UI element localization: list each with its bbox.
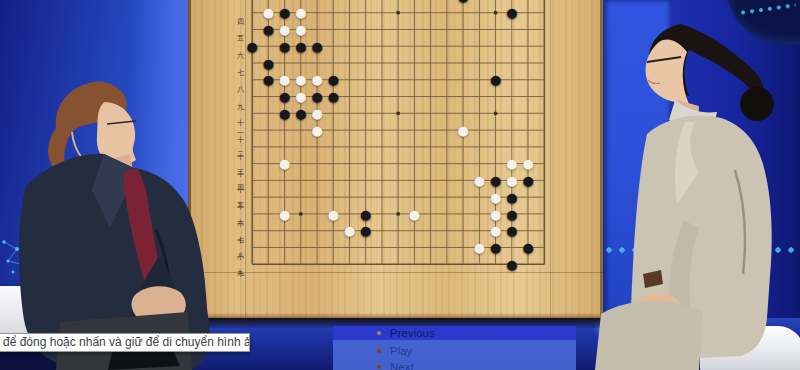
stone-white: ● — [325, 206, 341, 223]
stone-white: ● — [309, 122, 325, 139]
row-label: 十九 — [230, 256, 244, 272]
row-label: 十 — [230, 105, 244, 121]
row-label: 五 — [230, 21, 244, 37]
woman-hair-bun — [740, 87, 774, 121]
tooltip-caption: để đóng hoặc nhấn và giữ để di chuyển hì… — [0, 333, 250, 352]
stone-black: ● — [504, 4, 520, 21]
row-label: 四 — [230, 5, 244, 21]
stone-black: ● — [488, 71, 504, 88]
stone-black: ● — [277, 38, 293, 55]
row-label: 十二 — [230, 139, 244, 155]
stone-white: ● — [277, 206, 293, 223]
stone-black: ● — [244, 38, 260, 55]
stone-black: ● — [260, 21, 276, 38]
row-label: 十六 — [230, 206, 244, 222]
right-presenter — [585, 22, 800, 370]
stone-black: ● — [309, 38, 325, 55]
row-label: 十七 — [230, 223, 244, 239]
stone-white: ● — [277, 155, 293, 172]
row-label: 十五 — [230, 189, 244, 205]
row-label: 十八 — [230, 239, 244, 255]
row-label: 十一 — [230, 122, 244, 138]
context-menu: Previous Play Next — [333, 326, 576, 370]
stone-black: ● — [293, 38, 309, 55]
stone-black: ● — [325, 88, 341, 105]
menu-item-next[interactable]: Next — [333, 360, 576, 370]
row-label: 七 — [230, 55, 244, 71]
stone-black: ● — [488, 239, 504, 256]
stone-white: ● — [455, 122, 471, 139]
row-label: 十三 — [230, 156, 244, 172]
row-label: 八 — [230, 72, 244, 88]
stone-black: ● — [504, 222, 520, 239]
stone-white: ● — [341, 222, 357, 239]
row-label: 九 — [230, 89, 244, 105]
menu-item-previous[interactable]: Previous — [333, 326, 576, 340]
menu-item-play[interactable]: Play — [333, 344, 576, 358]
stone-black: ● — [504, 256, 520, 273]
left-presenter — [8, 80, 218, 370]
woman-trousers — [595, 301, 703, 370]
stone-black: ● — [520, 239, 536, 256]
stone-black: ● — [358, 222, 374, 239]
stone-white: ● — [471, 239, 487, 256]
row-label: 六 — [230, 38, 244, 54]
bullet-icon — [377, 365, 381, 369]
stone-black: ● — [277, 105, 293, 122]
bullet-icon — [377, 349, 381, 353]
studio-scene: ●●●●●●●●●●●●●●●●●●●●●●●●●●●●●●●●●●●●●●●●… — [0, 0, 800, 370]
stone-black: ● — [260, 71, 276, 88]
stone-white: ● — [471, 172, 487, 189]
row-label: 十四 — [230, 172, 244, 188]
stone-black: ● — [455, 0, 471, 4]
stone-black: ● — [293, 105, 309, 122]
go-board: ●●●●●●●●●●●●●●●●●●●●●●●●●●●●●●●●●●●●●●●●… — [244, 0, 552, 273]
stone-white: ● — [406, 206, 422, 223]
bullet-icon — [377, 331, 381, 335]
stone-black: ● — [520, 172, 536, 189]
